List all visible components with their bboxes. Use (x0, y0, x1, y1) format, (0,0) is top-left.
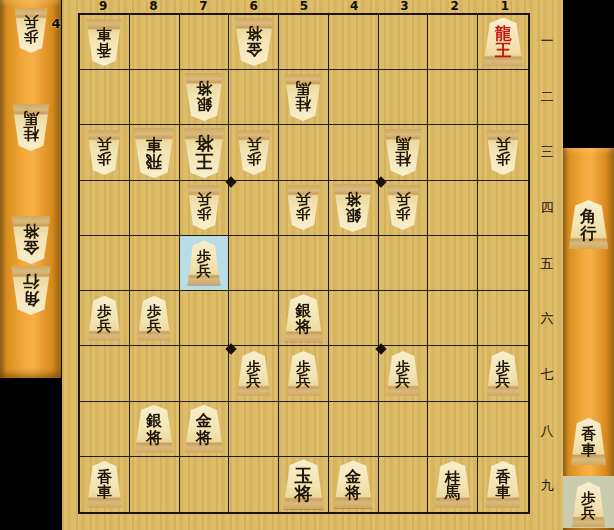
square-9-7[interactable] (80, 346, 130, 401)
square-9-6[interactable]: 歩兵 (80, 291, 130, 346)
square-7-3[interactable]: 王将 (180, 125, 230, 180)
square-1-3[interactable]: 歩兵 (478, 125, 528, 180)
gote-pawn-piece[interactable]: 歩兵 (385, 185, 421, 230)
sente-hand-slot: 香車 (570, 418, 608, 465)
square-2-2[interactable] (428, 70, 478, 125)
sente-pawn-piece[interactable]: 歩兵 (385, 351, 421, 396)
gote-hand-slot: 金将 (10, 216, 52, 264)
gote-silver-piece[interactable]: 銀将 (183, 73, 225, 121)
sente-bishop-piece[interactable]: 角行 (567, 200, 610, 249)
piece-kanji: 角行 (580, 209, 597, 243)
piece-kanji: 銀将 (196, 80, 212, 113)
sente-hand-slot: 歩兵 (571, 482, 607, 527)
square-6-4[interactable] (229, 181, 279, 236)
piece-kanji: 金将 (246, 25, 262, 58)
sente-lance-piece[interactable]: 香車 (85, 461, 123, 508)
gote-lance-piece[interactable]: 香車 (85, 19, 123, 66)
board-grid: 香車金将龍王銀将桂馬歩兵飛車王将歩兵桂馬歩兵歩兵歩兵銀将歩兵歩兵歩兵歩兵銀将歩兵… (80, 15, 528, 512)
square-2-6[interactable] (428, 291, 478, 346)
sente-pawn-piece[interactable]: 歩兵 (86, 296, 122, 341)
square-6-2[interactable] (229, 70, 279, 125)
square-4-5[interactable] (329, 236, 379, 291)
square-8-1[interactable] (130, 15, 180, 70)
square-7-2[interactable]: 銀将 (180, 70, 230, 125)
piece-kanji: 金将 (345, 469, 361, 502)
file-label-6: 6 (229, 0, 279, 13)
piece-kanji: 歩兵 (246, 137, 261, 167)
square-9-3[interactable]: 歩兵 (80, 125, 130, 180)
file-label-7: 7 (178, 0, 228, 13)
square-1-7[interactable]: 歩兵 (478, 346, 528, 401)
sente-lance-piece[interactable]: 香車 (484, 461, 522, 508)
file-label-3: 3 (379, 0, 429, 13)
square-9-1[interactable]: 香車 (80, 15, 130, 70)
piece-kanji: 角行 (22, 273, 39, 307)
rank-label-9: 九 (534, 458, 560, 514)
sente-dragon-piece[interactable]: 龍王 (482, 18, 525, 67)
gote-rook-piece[interactable]: 飛車 (132, 128, 176, 178)
square-7-5[interactable]: 歩兵 (180, 236, 230, 291)
square-6-1[interactable]: 金将 (229, 15, 279, 70)
piece-kanji: 香車 (97, 470, 112, 501)
rank-labels: 一二三四五六七八九 (534, 13, 560, 514)
gote-pawn-piece[interactable]: 歩兵 (13, 8, 49, 53)
sente-pawn-piece[interactable]: 歩兵 (136, 296, 172, 341)
file-label-1: 1 (480, 0, 530, 13)
file-label-5: 5 (279, 0, 329, 13)
gote-pawn-piece[interactable]: 歩兵 (485, 130, 521, 175)
piece-kanji: 香車 (496, 470, 511, 501)
square-6-3[interactable]: 歩兵 (229, 125, 279, 180)
piece-kanji: 歩兵 (396, 360, 411, 390)
square-1-2[interactable] (478, 70, 528, 125)
square-8-9[interactable] (130, 457, 180, 512)
square-3-2[interactable] (379, 70, 429, 125)
square-4-7[interactable] (329, 346, 379, 401)
square-1-8[interactable] (478, 402, 528, 457)
square-4-2[interactable] (329, 70, 379, 125)
square-2-5[interactable] (428, 236, 478, 291)
rank-label-2: 二 (534, 69, 560, 125)
square-7-4[interactable]: 歩兵 (180, 181, 230, 236)
rank-label-8: 八 (534, 403, 560, 459)
piece-kanji: 歩兵 (197, 249, 212, 279)
rank-label-3: 三 (534, 124, 560, 180)
sente-pawn-piece[interactable]: 歩兵 (186, 240, 222, 285)
sente-pawn-piece[interactable]: 歩兵 (285, 351, 321, 396)
square-5-4[interactable]: 歩兵 (279, 181, 329, 236)
piece-kanji: 飛車 (146, 135, 163, 169)
square-6-8[interactable] (229, 402, 279, 457)
square-4-3[interactable] (329, 125, 379, 180)
square-3-6[interactable] (379, 291, 429, 346)
square-1-6[interactable] (478, 291, 528, 346)
square-3-1[interactable] (379, 15, 429, 70)
rank-label-1: 一 (534, 13, 560, 69)
square-7-9[interactable] (180, 457, 230, 512)
piece-kanji: 歩兵 (246, 360, 261, 390)
square-3-9[interactable] (379, 457, 429, 512)
square-5-5[interactable] (279, 236, 329, 291)
sente-silver-piece[interactable]: 銀将 (282, 294, 324, 342)
square-9-2[interactable] (80, 70, 130, 125)
gote-knight-piece[interactable]: 桂馬 (11, 104, 51, 151)
file-labels: 987654321 (78, 0, 530, 13)
square-8-7[interactable] (130, 346, 180, 401)
square-8-6[interactable]: 歩兵 (130, 291, 180, 346)
square-1-9[interactable]: 香車 (478, 457, 528, 512)
square-4-4[interactable]: 銀将 (329, 181, 379, 236)
piece-kanji: 龍王 (495, 26, 512, 60)
sente-pawn-piece[interactable]: 歩兵 (485, 351, 521, 396)
sente-silver-piece[interactable]: 銀将 (133, 405, 175, 453)
piece-kanji: 歩兵 (197, 192, 212, 222)
square-5-9[interactable]: 玉将 (279, 457, 329, 512)
gote-pawn-piece[interactable]: 歩兵 (285, 185, 321, 230)
board-frame: 香車金将龍王銀将桂馬歩兵飛車王将歩兵桂馬歩兵歩兵歩兵銀将歩兵歩兵歩兵歩兵銀将歩兵… (78, 13, 530, 514)
sente-hand-tray: 角行香車歩兵 (563, 148, 614, 530)
sente-king-piece[interactable]: 玉将 (281, 459, 325, 509)
gote-hand-slot: 桂馬 (11, 104, 51, 151)
piece-kanji: 金将 (196, 413, 212, 446)
square-9-5[interactable] (80, 236, 130, 291)
square-8-3[interactable]: 飛車 (130, 125, 180, 180)
square-5-7[interactable]: 歩兵 (279, 346, 329, 401)
square-4-8[interactable] (329, 402, 379, 457)
piece-kanji: 歩兵 (496, 137, 511, 167)
square-6-9[interactable] (229, 457, 279, 512)
square-2-1[interactable] (428, 15, 478, 70)
sente-hand-slot: 角行 (567, 200, 610, 249)
piece-kanji: 玉将 (294, 467, 312, 504)
rank-label-7: 七 (534, 347, 560, 403)
square-9-9[interactable]: 香車 (80, 457, 130, 512)
file-label-2: 2 (430, 0, 480, 13)
piece-kanji: 歩兵 (147, 304, 162, 334)
piece-kanji: 桂馬 (23, 111, 39, 143)
square-8-2[interactable] (130, 70, 180, 125)
rank-label-5: 五 (534, 236, 560, 292)
shogi-app: 歩兵4桂馬金将角行 987654321 一二三四五六七八九 香車金将龍王銀将桂馬… (0, 0, 614, 530)
square-8-4[interactable] (130, 181, 180, 236)
square-4-1[interactable] (329, 15, 379, 70)
square-1-4[interactable] (478, 181, 528, 236)
square-5-1[interactable] (279, 15, 329, 70)
gote-gold-piece[interactable]: 金将 (233, 18, 275, 66)
piece-kanji: 歩兵 (396, 192, 411, 222)
rank-label-6: 六 (534, 291, 560, 347)
square-3-3[interactable]: 桂馬 (379, 125, 429, 180)
square-9-8[interactable] (80, 402, 130, 457)
square-1-1[interactable]: 龍王 (478, 15, 528, 70)
sente-gold-piece[interactable]: 金将 (332, 460, 374, 508)
square-6-5[interactable] (229, 236, 279, 291)
sente-pawn-piece[interactable]: 歩兵 (236, 351, 272, 396)
square-5-3[interactable] (279, 125, 329, 180)
sente-knight-piece[interactable]: 桂馬 (433, 461, 473, 508)
piece-kanji: 歩兵 (97, 304, 112, 334)
piece-kanji: 桂馬 (395, 136, 411, 168)
piece-kanji: 桂馬 (445, 470, 461, 502)
gote-hand-slot: 角行 (9, 266, 52, 315)
piece-kanji: 香車 (97, 26, 112, 57)
hand-count: 4 (51, 16, 60, 31)
piece-kanji: 銀将 (345, 190, 361, 223)
piece-kanji: 香車 (581, 427, 596, 458)
square-5-2[interactable]: 桂馬 (279, 70, 329, 125)
gote-knight-piece[interactable]: 桂馬 (283, 74, 323, 121)
square-2-8[interactable] (428, 402, 478, 457)
square-4-6[interactable] (329, 291, 379, 346)
gote-king-piece[interactable]: 王将 (182, 128, 226, 178)
gote-gold-piece[interactable]: 金将 (10, 216, 52, 264)
square-2-4[interactable] (428, 181, 478, 236)
piece-kanji: 歩兵 (296, 360, 311, 390)
gote-pawn-piece[interactable]: 歩兵 (86, 130, 122, 175)
square-3-7[interactable]: 歩兵 (379, 346, 429, 401)
square-6-7[interactable]: 歩兵 (229, 346, 279, 401)
shogi-board-panel: 987654321 一二三四五六七八九 香車金将龍王銀将桂馬歩兵飛車王将歩兵桂馬… (62, 0, 563, 530)
square-7-1[interactable] (180, 15, 230, 70)
piece-kanji: 歩兵 (23, 15, 38, 45)
square-3-8[interactable] (379, 402, 429, 457)
sente-pawn-piece[interactable]: 歩兵 (571, 482, 607, 527)
square-1-5[interactable] (478, 236, 528, 291)
square-9-4[interactable] (80, 181, 130, 236)
square-2-3[interactable] (428, 125, 478, 180)
file-label-9: 9 (78, 0, 128, 13)
gote-pawn-piece[interactable]: 歩兵 (186, 185, 222, 230)
gote-pawn-piece[interactable]: 歩兵 (236, 130, 272, 175)
gote-bishop-piece[interactable]: 角行 (9, 266, 52, 315)
piece-kanji: 歩兵 (97, 137, 112, 167)
square-3-5[interactable] (379, 236, 429, 291)
square-6-6[interactable] (229, 291, 279, 346)
square-7-6[interactable] (180, 291, 230, 346)
piece-kanji: 金将 (23, 223, 39, 256)
piece-kanji: 歩兵 (296, 192, 311, 222)
rank-label-4: 四 (534, 180, 560, 236)
piece-kanji: 歩兵 (496, 360, 511, 390)
square-5-8[interactable] (279, 402, 329, 457)
square-2-7[interactable] (428, 346, 478, 401)
gote-silver-piece[interactable]: 銀将 (332, 184, 374, 232)
square-4-9[interactable]: 金将 (329, 457, 379, 512)
square-5-6[interactable]: 銀将 (279, 291, 329, 346)
gote-hand-slot: 歩兵4 (13, 8, 49, 53)
piece-kanji: 銀将 (146, 413, 162, 446)
file-label-4: 4 (329, 0, 379, 13)
gote-hand-tray: 歩兵4桂馬金将角行 (0, 0, 61, 378)
square-2-9[interactable]: 桂馬 (428, 457, 478, 512)
piece-kanji: 銀将 (295, 303, 311, 336)
sente-gold-piece[interactable]: 金将 (183, 405, 225, 453)
piece-kanji: 桂馬 (296, 81, 312, 113)
square-8-5[interactable] (130, 236, 180, 291)
square-8-8[interactable]: 銀将 (130, 402, 180, 457)
square-7-8[interactable]: 金将 (180, 402, 230, 457)
sente-lance-piece[interactable]: 香車 (570, 418, 608, 465)
square-7-7[interactable] (180, 346, 230, 401)
piece-kanji: 歩兵 (581, 491, 596, 521)
gote-knight-piece[interactable]: 桂馬 (383, 129, 423, 176)
file-label-8: 8 (128, 0, 178, 13)
piece-kanji: 王将 (195, 133, 213, 170)
square-3-4[interactable]: 歩兵 (379, 181, 429, 236)
